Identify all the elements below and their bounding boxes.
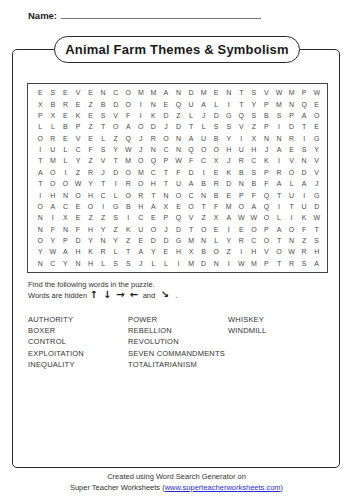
grid-cell: O	[135, 121, 148, 132]
grid-cell: N	[235, 178, 248, 189]
grid-cell: O	[210, 246, 223, 257]
grid-cell: U	[285, 189, 298, 200]
grid-cell: S	[298, 258, 311, 269]
grid-cell: I	[285, 212, 298, 223]
grid-cell: E	[210, 167, 223, 178]
grid-cell: C	[160, 144, 173, 155]
grid-cell: H	[222, 144, 235, 155]
grid-cell: G	[310, 133, 323, 144]
grid-cell: C	[197, 155, 210, 166]
grid-cell: W	[248, 212, 261, 223]
grid-cell: O	[172, 189, 185, 200]
grid-cell: G	[172, 235, 185, 246]
grid-cell: F	[248, 189, 261, 200]
grid-cell: L	[97, 133, 110, 144]
grid-cell: C	[147, 167, 160, 178]
grid-cell: P	[260, 224, 273, 235]
grid-cell: B	[235, 167, 248, 178]
grid-cell: A	[59, 246, 72, 257]
grid-cell: E	[235, 224, 248, 235]
grid-cell: W	[310, 212, 323, 223]
grid-cell: N	[197, 235, 210, 246]
grid-cell: T	[34, 155, 47, 166]
instructions-line2-prefix: Words are hidden	[28, 291, 87, 300]
grid-cell: T	[122, 246, 135, 257]
grid-cell: N	[273, 133, 286, 144]
grid-cell: S	[248, 110, 261, 121]
word-list-item: WHISKEY	[228, 314, 266, 325]
grid-cell: E	[172, 201, 185, 212]
grid-cell: Y	[97, 224, 110, 235]
grid-cell: W	[285, 246, 298, 257]
grid-cell: O	[122, 189, 135, 200]
grid-cell: K	[84, 246, 97, 257]
grid-cell: I	[235, 246, 248, 257]
grid-cell: O	[34, 133, 47, 144]
grid-cell: S	[248, 87, 261, 98]
puzzle-grid-box: ESEVENCOMMANDMENTSVWMPWXBREZBDOINEQUALIT…	[27, 83, 328, 273]
grid-cell: V	[310, 167, 323, 178]
grid-cell: O	[47, 167, 60, 178]
grid-cell: A	[273, 144, 286, 155]
grid-cell: G	[109, 201, 122, 212]
grid-cell: R	[122, 178, 135, 189]
grid-cell: H	[47, 189, 60, 200]
grid-cell: O	[185, 201, 198, 212]
grid-cell: O	[160, 133, 173, 144]
grid-cell: B	[210, 189, 223, 200]
instructions-line1: Find the following words in the puzzle.	[28, 280, 155, 289]
grid-cell: P	[72, 121, 85, 132]
grid-cell: N	[298, 155, 311, 166]
grid-cell: T	[235, 87, 248, 98]
grid-cell: O	[34, 201, 47, 212]
grid-cell: U	[135, 224, 148, 235]
grid-cell: H	[84, 258, 97, 269]
grid-cell: O	[273, 246, 286, 257]
grid-cell: N	[260, 133, 273, 144]
grid-cell: P	[285, 110, 298, 121]
grid-cell: A	[160, 87, 173, 98]
grid-cell: D	[72, 235, 85, 246]
grid-cell: U	[47, 144, 60, 155]
grid-cell: B	[122, 201, 135, 212]
grid-cell: Q	[172, 212, 185, 223]
grid-cell: T	[273, 235, 286, 246]
grid-cell: O	[135, 178, 148, 189]
grid-cell: O	[197, 144, 210, 155]
grid-cell: N	[147, 144, 160, 155]
grid-cell: F	[122, 110, 135, 121]
grid-cell: C	[135, 212, 148, 223]
grid-cell: S	[298, 144, 311, 155]
grid-cell: D	[172, 121, 185, 132]
name-blank-line	[61, 8, 261, 19]
grid-cell: S	[122, 258, 135, 269]
grid-cell: K	[72, 110, 85, 121]
grid-cell: V	[109, 110, 122, 121]
grid-cell: Z	[248, 121, 261, 132]
word-list-item: WINDMILL	[228, 325, 266, 336]
footer-line2-prefix: Super Teacher Worksheets (	[70, 483, 165, 492]
grid-cell: L	[210, 235, 223, 246]
footer-line1: Created using Word Search Generator on	[0, 471, 353, 482]
grid-cell: E	[72, 212, 85, 223]
grid-cell: B	[197, 246, 210, 257]
grid-cell: N	[210, 258, 223, 269]
grid-cell: I	[298, 189, 311, 200]
footer: Created using Word Search Generator on S…	[0, 471, 353, 493]
grid-cell: N	[59, 224, 72, 235]
grid-cell: T	[97, 178, 110, 189]
grid-cell: C	[97, 189, 110, 200]
grid-cell: J	[135, 258, 148, 269]
grid-cell: Z	[222, 246, 235, 257]
grid-cell: E	[285, 144, 298, 155]
page-title: Animal Farm Themes & Symbolism	[65, 42, 288, 57]
grid-cell: S	[97, 110, 110, 121]
instructions-period: .	[176, 291, 178, 300]
grid-cell: N	[72, 258, 85, 269]
grid-cell: F	[185, 155, 198, 166]
grid-cell: S	[222, 121, 235, 132]
grid-cell: Q	[235, 110, 248, 121]
grid-cell: R	[84, 167, 97, 178]
grid-cell: H	[310, 246, 323, 257]
grid-cell: I	[47, 212, 60, 223]
grid-cell: K	[298, 212, 311, 223]
grid-cell: Q	[185, 144, 198, 155]
grid-cell: H	[84, 224, 97, 235]
grid-cell: D	[285, 121, 298, 132]
grid-cell: X	[185, 246, 198, 257]
grid-cell: F	[298, 224, 311, 235]
grid-cell: V	[72, 133, 85, 144]
grid-cell: P	[34, 110, 47, 121]
grid-cell: E	[34, 87, 47, 98]
grid-cell: C	[109, 87, 122, 98]
grid-cell: O	[210, 144, 223, 155]
grid-cell: V	[185, 212, 198, 223]
grid-cell: U	[298, 201, 311, 212]
grid-cell: W	[122, 144, 135, 155]
grid-cell: T	[273, 189, 286, 200]
grid-cell: R	[235, 155, 248, 166]
grid-cell: O	[109, 121, 122, 132]
grid-cell: V	[285, 155, 298, 166]
grid-cell: P	[59, 235, 72, 246]
grid-cell: Q	[122, 133, 135, 144]
grid-cell: N	[97, 87, 110, 98]
grid-cell: A	[122, 121, 135, 132]
grid-cell: E	[310, 98, 323, 109]
word-column-1: AUTHORITYBOXERCONTROLEXPLOITATIONINEQUAL…	[28, 314, 84, 370]
grid-cell: M	[185, 235, 198, 246]
grid-cell: V	[97, 155, 110, 166]
grid-cell: M	[135, 87, 148, 98]
grid-cell: T	[285, 201, 298, 212]
arrow-left-icon: ←	[130, 290, 138, 300]
grid-cell: A	[34, 167, 47, 178]
grid-cell: V	[260, 87, 273, 98]
grid-cell: O	[285, 167, 298, 178]
grid-cell: Q	[172, 98, 185, 109]
grid-cell: Y	[109, 144, 122, 155]
grid-cell: J	[260, 144, 273, 155]
grid-cell: B	[260, 110, 273, 121]
word-list-item: INEQUALITY	[28, 359, 84, 370]
grid-cell: N	[34, 212, 47, 223]
instructions-line2: Words are hidden ↑ ↓ → ← and ↘ .	[28, 290, 178, 300]
grid-cell: H	[248, 246, 261, 257]
grid-cell: O	[47, 178, 60, 189]
grid-cell: C	[72, 144, 85, 155]
grid-cell: X	[210, 155, 223, 166]
grid-cell: M	[122, 155, 135, 166]
grid-cell: K	[222, 167, 235, 178]
grid-cell: A	[185, 178, 198, 189]
grid-cell: O	[147, 224, 160, 235]
footer-line2-suffix: )	[281, 483, 284, 492]
grid-cell: D	[109, 167, 122, 178]
grid-cell: A	[248, 201, 261, 212]
grid-cell: M	[147, 87, 160, 98]
grid-cell: E	[222, 189, 235, 200]
grid-cell: Z	[109, 133, 122, 144]
grid-cell: D	[210, 110, 223, 121]
word-column-2: POWERREBELLIONREVOLUTIONSEVEN COMMANDMEN…	[128, 314, 225, 370]
grid-cell: L	[285, 178, 298, 189]
grid-cell: J	[135, 133, 148, 144]
grid-cell: J	[160, 121, 173, 132]
grid-cell: N	[172, 133, 185, 144]
grid-cell: F	[210, 201, 223, 212]
grid-cell: O	[285, 224, 298, 235]
footer-link[interactable]: www.superteacherworksheets.com	[165, 483, 281, 492]
grid-cell: Z	[97, 212, 110, 223]
grid-cell: D	[147, 121, 160, 132]
grid-cell: R	[135, 189, 148, 200]
grid-cell: A	[310, 258, 323, 269]
grid-cell: Y	[147, 246, 160, 257]
grid-cell: I	[109, 178, 122, 189]
grid-cell: B	[47, 98, 60, 109]
grid-cell: X	[160, 201, 173, 212]
grid-cell: N	[147, 98, 160, 109]
grid-cell: D	[222, 178, 235, 189]
grid-cell: O	[59, 178, 72, 189]
grid-cell: L	[210, 98, 223, 109]
grid-cell: I	[197, 167, 210, 178]
grid-cell: A	[185, 133, 198, 144]
word-grid: ESEVENCOMMANDMENTSVWMPWXBREZBDOINEQUALIT…	[34, 87, 323, 269]
grid-cell: J	[97, 167, 110, 178]
grid-cell: Q	[260, 201, 273, 212]
grid-cell: P	[260, 98, 273, 109]
grid-cell: I	[298, 133, 311, 144]
grid-cell: B	[59, 121, 72, 132]
grid-cell: L	[59, 155, 72, 166]
grid-cell: V	[260, 246, 273, 257]
grid-cell: L	[97, 258, 110, 269]
grid-cell: O	[310, 110, 323, 121]
grid-cell: T	[298, 121, 311, 132]
grid-cell: Y	[72, 155, 85, 166]
grid-cell: Z	[109, 224, 122, 235]
grid-cell: L	[185, 110, 198, 121]
grid-cell: Y	[84, 178, 97, 189]
grid-cell: I	[172, 258, 185, 269]
grid-cell: T	[97, 121, 110, 132]
grid-cell: U	[235, 144, 248, 155]
grid-cell: F	[84, 144, 97, 155]
grid-cell: N	[285, 235, 298, 246]
grid-cell: I	[273, 155, 286, 166]
grid-cell: N	[34, 224, 47, 235]
grid-cell: O	[72, 189, 85, 200]
grid-cell: L	[59, 144, 72, 155]
grid-cell: I	[135, 98, 148, 109]
grid-cell: N	[172, 87, 185, 98]
grid-cell: E	[135, 235, 148, 246]
grid-cell: P	[160, 212, 173, 223]
grid-cell: M	[285, 87, 298, 98]
footer-line2: Super Teacher Worksheets (www.superteach…	[0, 482, 353, 493]
grid-cell: O	[122, 87, 135, 98]
grid-cell: E	[160, 98, 173, 109]
grid-cell: J	[310, 178, 323, 189]
grid-cell: R	[273, 167, 286, 178]
grid-cell: R	[285, 258, 298, 269]
grid-cell: D	[160, 110, 173, 121]
grid-cell: F	[47, 224, 60, 235]
grid-cell: I	[59, 167, 72, 178]
grid-cell: D	[185, 167, 198, 178]
grid-cell: I	[235, 133, 248, 144]
grid-cell: Y	[47, 235, 60, 246]
grid-cell: P	[260, 258, 273, 269]
grid-cell: G	[310, 189, 323, 200]
grid-cell: D	[109, 98, 122, 109]
grid-cell: A	[222, 212, 235, 223]
grid-cell: E	[160, 246, 173, 257]
grid-cell: B	[210, 133, 223, 144]
grid-cell: N	[197, 189, 210, 200]
grid-cell: A	[147, 201, 160, 212]
grid-cell: C	[47, 258, 60, 269]
grid-cell: C	[248, 155, 261, 166]
grid-cell: Q	[147, 155, 160, 166]
grid-cell: P	[260, 167, 273, 178]
grid-cell: X	[47, 110, 60, 121]
grid-cell: B	[97, 98, 110, 109]
grid-cell: Z	[84, 121, 97, 132]
grid-cell: N	[59, 189, 72, 200]
grid-cell: L	[109, 246, 122, 257]
grid-cell: Z	[122, 235, 135, 246]
grid-cell: I	[222, 224, 235, 235]
word-list-item: REVOLUTION	[128, 336, 225, 347]
grid-cell: Y	[310, 144, 323, 155]
word-list-item: AUTHORITY	[28, 314, 84, 325]
word-list-item: POWER	[128, 314, 225, 325]
grid-cell: N	[222, 87, 235, 98]
grid-cell: D	[160, 235, 173, 246]
grid-cell: S	[97, 144, 110, 155]
grid-cell: L	[160, 258, 173, 269]
grid-cell: L	[109, 189, 122, 200]
grid-cell: I	[273, 121, 286, 132]
grid-cell: F	[72, 224, 85, 235]
grid-cell: W	[310, 87, 323, 98]
grid-cell: D	[197, 258, 210, 269]
grid-cell: N	[172, 144, 185, 155]
grid-cell: U	[172, 178, 185, 189]
grid-cell: O	[260, 235, 273, 246]
grid-cell: Y	[59, 258, 72, 269]
grid-cell: N	[285, 98, 298, 109]
grid-cell: Y	[34, 246, 47, 257]
grid-cell: E	[84, 87, 97, 98]
grid-cell: G	[222, 110, 235, 121]
name-label: Name:	[28, 10, 57, 21]
grid-cell: T	[185, 121, 198, 132]
word-list-item: BOXER	[28, 325, 84, 336]
grid-cell: Z	[197, 212, 210, 223]
grid-cell: S	[248, 167, 261, 178]
grid-cell: E	[84, 110, 97, 121]
instructions-conjunction: and	[143, 291, 156, 300]
arrow-down-icon: ↓	[103, 290, 111, 300]
grid-cell: A	[197, 98, 210, 109]
word-column-3: WHISKEYWINDMILL	[228, 314, 266, 336]
word-list-item: SEVEN COMMANDMENTS	[128, 348, 225, 359]
grid-cell: W	[47, 246, 60, 257]
grid-cell: T	[160, 178, 173, 189]
grid-cell: M	[185, 258, 198, 269]
word-list-item: EXPLOITATION	[28, 348, 84, 359]
grid-cell: X	[59, 212, 72, 223]
grid-cell: Z	[72, 167, 85, 178]
grid-cell: L	[197, 121, 210, 132]
grid-cell: D	[298, 167, 311, 178]
grid-cell: S	[210, 121, 223, 132]
grid-cell: C	[248, 235, 261, 246]
grid-cell: V	[310, 155, 323, 166]
arrow-down-right-icon: ↘	[161, 290, 169, 300]
grid-cell: M	[197, 87, 210, 98]
grid-cell: R	[97, 246, 110, 257]
grid-cell: E	[59, 133, 72, 144]
grid-cell: W	[72, 178, 85, 189]
grid-cell: D	[310, 201, 323, 212]
grid-cell: P	[298, 87, 311, 98]
grid-cell: R	[59, 98, 72, 109]
grid-cell: M	[47, 155, 60, 166]
grid-cell: R	[47, 133, 60, 144]
arrow-up-icon: ↑	[90, 290, 98, 300]
grid-cell: A	[298, 178, 311, 189]
grid-cell: E	[210, 87, 223, 98]
grid-cell: T	[109, 155, 122, 166]
grid-cell: I	[273, 201, 286, 212]
grid-cell: W	[273, 87, 286, 98]
grid-cell: X	[34, 98, 47, 109]
grid-cell: E	[147, 212, 160, 223]
grid-cell: E	[72, 201, 85, 212]
grid-cell: J	[160, 224, 173, 235]
grid-cell: S	[109, 212, 122, 223]
